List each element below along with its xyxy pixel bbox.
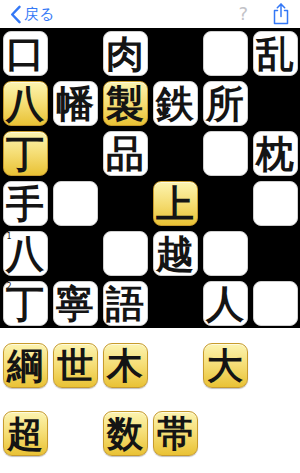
kanji-glyph: 人 (206, 285, 244, 323)
board-cell-block (103, 181, 148, 226)
kanji-glyph: 寧 (56, 285, 94, 323)
back-button[interactable]: 戻る (10, 5, 54, 24)
board-cell: 1八 (3, 231, 48, 276)
candidate-slot-empty (53, 411, 98, 456)
board-cell[interactable]: 丁 (3, 131, 48, 176)
header-actions: ? (238, 3, 290, 25)
board-cell-block (253, 81, 298, 126)
kanji-glyph: 製 (106, 85, 144, 123)
kanji-glyph: 上 (156, 185, 194, 223)
clue-number: 2 (7, 283, 12, 291)
candidate-slot-empty (253, 343, 298, 388)
candidate-tile[interactable]: 綱 (3, 343, 48, 388)
back-chevron-icon (10, 5, 21, 24)
kanji-glyph: 八 (6, 235, 44, 273)
kanji-glyph: 手 (6, 185, 44, 223)
board-cell: 鉄 (153, 81, 198, 126)
board-cell: 人 (203, 281, 248, 326)
candidate-slot-empty (153, 343, 198, 388)
candidate-tile[interactable]: 世 (53, 343, 98, 388)
candidate-tile[interactable]: 数 (103, 411, 148, 456)
kanji-glyph: 語 (106, 285, 144, 323)
board-cell: 幡 (53, 81, 98, 126)
board-cell-block (53, 131, 98, 176)
candidate-tile[interactable]: 大 (203, 343, 248, 388)
kanji-glyph: 口 (6, 35, 44, 73)
candidate-tile[interactable]: 木 (103, 343, 148, 388)
kanji-glyph: 越 (156, 235, 194, 273)
kanji-glyph: 八 (6, 85, 44, 123)
board-cell: 口 (3, 31, 48, 76)
board-cell: 枕 (253, 131, 298, 176)
kanji-glyph: 丁 (6, 285, 44, 323)
kanji-glyph: 丁 (6, 135, 44, 173)
app-window: 戻る ? 口肉乱八幡製鉄所丁品枕手上1八越2丁寧語人 綱世木大 超数帯 (0, 0, 300, 473)
board-cell: 所 (203, 81, 248, 126)
board-cell: 2丁 (3, 281, 48, 326)
candidate-tile[interactable]: 帯 (153, 411, 198, 456)
board-cell-block (253, 231, 298, 276)
kanji-glyph: 品 (106, 135, 144, 173)
clue-number: 1 (7, 233, 12, 241)
crossword-board: 口肉乱八幡製鉄所丁品枕手上1八越2丁寧語人 (0, 28, 300, 328)
board-cell: 寧 (53, 281, 98, 326)
board-cell[interactable] (203, 31, 248, 76)
board-cell: 越 (153, 231, 198, 276)
candidate-slot-empty (253, 411, 298, 456)
board-cell: 手 (3, 181, 48, 226)
help-button[interactable]: ? (238, 5, 248, 23)
board-cell[interactable] (53, 181, 98, 226)
board-cell: 品 (103, 131, 148, 176)
board-cell-block (153, 31, 198, 76)
kanji-glyph: 枕 (256, 135, 294, 173)
board-cell-block (153, 131, 198, 176)
back-button-label: 戻る (24, 5, 54, 24)
board-cell[interactable] (253, 181, 298, 226)
board-cell-block (153, 281, 198, 326)
board-cell[interactable]: 八 (3, 81, 48, 126)
board-cell-block (53, 231, 98, 276)
kanji-glyph: 所 (206, 85, 244, 123)
board-cell[interactable] (103, 231, 148, 276)
kanji-glyph: 鉄 (156, 85, 194, 123)
board-cell: 語 (103, 281, 148, 326)
board-cell: 乱 (253, 31, 298, 76)
board-cell[interactable] (203, 131, 248, 176)
board-cell[interactable]: 上 (153, 181, 198, 226)
candidate-tile[interactable]: 超 (3, 411, 48, 456)
board-cell: 肉 (103, 31, 148, 76)
kanji-glyph: 幡 (56, 85, 94, 123)
board-cell-block (203, 181, 248, 226)
candidate-tray-row-2: 超数帯 (0, 411, 300, 456)
candidate-tray-row-1: 綱世木大 (0, 343, 300, 388)
board-cell[interactable]: 製 (103, 81, 148, 126)
board-cell-block (53, 31, 98, 76)
kanji-glyph: 肉 (106, 35, 144, 73)
board-cell[interactable] (253, 281, 298, 326)
share-icon[interactable] (272, 3, 290, 25)
kanji-glyph: 乱 (256, 35, 294, 73)
navigation-bar: 戻る ? (0, 0, 300, 28)
board-cell[interactable] (203, 231, 248, 276)
candidate-slot-empty (203, 411, 248, 456)
